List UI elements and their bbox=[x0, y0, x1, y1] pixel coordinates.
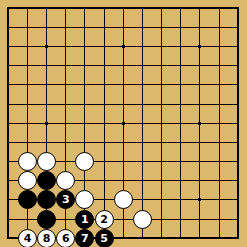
intersection bbox=[209, 37, 228, 56]
stone-black bbox=[18, 190, 37, 209]
intersection bbox=[133, 171, 152, 190]
intersection bbox=[37, 56, 56, 75]
intersection bbox=[171, 133, 190, 152]
intersection bbox=[190, 133, 209, 152]
intersection bbox=[0, 18, 18, 37]
intersection bbox=[75, 171, 94, 190]
intersection bbox=[56, 56, 75, 75]
stone-black-move-7: 7 bbox=[75, 229, 94, 247]
intersection bbox=[95, 56, 114, 75]
intersection bbox=[56, 37, 75, 56]
intersection bbox=[56, 209, 75, 228]
stone-black-move-1: 1 bbox=[75, 210, 94, 229]
intersection bbox=[95, 152, 114, 171]
intersection bbox=[75, 0, 94, 18]
move-number-label: 8 bbox=[43, 233, 51, 244]
intersection: 2 bbox=[95, 209, 114, 228]
stone-white bbox=[37, 152, 56, 171]
intersection bbox=[37, 152, 56, 171]
intersection bbox=[171, 56, 190, 75]
intersection bbox=[209, 56, 228, 75]
intersection bbox=[171, 37, 190, 56]
intersection bbox=[18, 56, 37, 75]
stone-white-move-6: 6 bbox=[56, 229, 75, 247]
intersection bbox=[18, 0, 37, 18]
intersection bbox=[0, 152, 18, 171]
intersection bbox=[114, 133, 133, 152]
intersection bbox=[18, 37, 37, 56]
intersection bbox=[152, 0, 171, 18]
intersection bbox=[56, 75, 75, 94]
move-number-label: 3 bbox=[62, 194, 70, 205]
intersection bbox=[133, 37, 152, 56]
intersection bbox=[152, 229, 171, 247]
stone-white bbox=[18, 171, 37, 190]
intersection bbox=[114, 209, 133, 228]
intersection bbox=[75, 152, 94, 171]
intersection bbox=[229, 95, 247, 114]
stone-white-move-4: 4 bbox=[18, 229, 37, 247]
intersection bbox=[133, 0, 152, 18]
intersection bbox=[133, 152, 152, 171]
intersection bbox=[75, 114, 94, 133]
intersection bbox=[75, 37, 94, 56]
intersection bbox=[37, 37, 56, 56]
intersection bbox=[114, 75, 133, 94]
go-board: 31248675 bbox=[0, 0, 247, 247]
intersection bbox=[37, 190, 56, 209]
intersection bbox=[75, 190, 94, 209]
intersection bbox=[190, 0, 209, 18]
intersection bbox=[37, 209, 56, 228]
intersection bbox=[133, 114, 152, 133]
intersection bbox=[114, 56, 133, 75]
intersection: 1 bbox=[75, 209, 94, 228]
intersection bbox=[95, 37, 114, 56]
intersection bbox=[152, 152, 171, 171]
move-number-label: 1 bbox=[81, 214, 89, 225]
intersection bbox=[229, 75, 247, 94]
intersection bbox=[190, 229, 209, 247]
intersection bbox=[95, 171, 114, 190]
intersection bbox=[229, 0, 247, 18]
stones-layer: 31248675 bbox=[0, 0, 247, 247]
intersection bbox=[171, 171, 190, 190]
stone-white bbox=[18, 152, 37, 171]
intersection bbox=[37, 18, 56, 37]
move-number-label: 4 bbox=[24, 233, 32, 244]
intersection bbox=[133, 133, 152, 152]
intersection bbox=[114, 18, 133, 37]
intersection bbox=[209, 75, 228, 94]
intersection bbox=[0, 114, 18, 133]
intersection bbox=[171, 229, 190, 247]
intersection bbox=[190, 171, 209, 190]
intersection bbox=[0, 95, 18, 114]
intersection bbox=[18, 152, 37, 171]
stone-white bbox=[114, 190, 133, 209]
intersection bbox=[133, 229, 152, 247]
intersection bbox=[229, 114, 247, 133]
stone-black-move-5: 5 bbox=[95, 229, 114, 247]
intersection bbox=[152, 75, 171, 94]
intersection bbox=[190, 190, 209, 209]
intersection bbox=[0, 56, 18, 75]
intersection bbox=[152, 190, 171, 209]
intersection bbox=[229, 190, 247, 209]
intersection bbox=[190, 37, 209, 56]
intersection: 6 bbox=[56, 229, 75, 247]
intersection bbox=[190, 18, 209, 37]
intersection bbox=[95, 133, 114, 152]
move-number-label: 6 bbox=[62, 233, 70, 244]
intersection bbox=[209, 133, 228, 152]
stone-black bbox=[37, 210, 56, 229]
intersection bbox=[152, 114, 171, 133]
intersection bbox=[171, 114, 190, 133]
intersection bbox=[114, 152, 133, 171]
intersection bbox=[37, 171, 56, 190]
move-number-label: 5 bbox=[100, 233, 108, 244]
intersection: 4 bbox=[18, 229, 37, 247]
intersection bbox=[37, 114, 56, 133]
intersection bbox=[18, 114, 37, 133]
intersection bbox=[152, 209, 171, 228]
intersection bbox=[209, 229, 228, 247]
stone-white bbox=[133, 210, 152, 229]
intersection bbox=[209, 209, 228, 228]
intersection bbox=[56, 95, 75, 114]
intersection bbox=[190, 56, 209, 75]
intersection bbox=[209, 18, 228, 37]
intersection bbox=[56, 133, 75, 152]
intersection bbox=[152, 95, 171, 114]
intersection bbox=[114, 114, 133, 133]
intersection bbox=[56, 114, 75, 133]
intersection bbox=[190, 152, 209, 171]
intersection bbox=[133, 75, 152, 94]
intersection bbox=[114, 229, 133, 247]
intersection bbox=[75, 56, 94, 75]
intersection bbox=[209, 95, 228, 114]
intersection bbox=[229, 229, 247, 247]
intersection bbox=[95, 95, 114, 114]
intersection bbox=[190, 75, 209, 94]
intersection bbox=[0, 0, 18, 18]
intersection bbox=[37, 133, 56, 152]
intersection bbox=[133, 18, 152, 37]
intersection bbox=[133, 209, 152, 228]
intersection bbox=[56, 18, 75, 37]
intersection bbox=[95, 190, 114, 209]
move-number-label: 7 bbox=[81, 233, 89, 244]
intersection bbox=[229, 209, 247, 228]
intersection bbox=[0, 209, 18, 228]
intersection bbox=[229, 171, 247, 190]
intersection bbox=[0, 190, 18, 209]
intersection bbox=[18, 75, 37, 94]
intersection bbox=[56, 0, 75, 18]
intersection bbox=[171, 190, 190, 209]
intersection bbox=[18, 18, 37, 37]
intersection bbox=[190, 95, 209, 114]
intersection bbox=[18, 209, 37, 228]
intersection bbox=[171, 95, 190, 114]
intersection bbox=[229, 56, 247, 75]
intersection bbox=[0, 133, 18, 152]
intersection bbox=[0, 229, 18, 247]
intersection bbox=[209, 114, 228, 133]
intersection bbox=[95, 75, 114, 94]
intersection bbox=[209, 171, 228, 190]
intersection bbox=[18, 190, 37, 209]
stone-black bbox=[37, 171, 56, 190]
intersection bbox=[114, 95, 133, 114]
intersection bbox=[171, 152, 190, 171]
intersection bbox=[229, 133, 247, 152]
intersection bbox=[171, 0, 190, 18]
intersection bbox=[18, 171, 37, 190]
intersection bbox=[152, 171, 171, 190]
intersection bbox=[171, 75, 190, 94]
intersection bbox=[0, 37, 18, 56]
intersection bbox=[75, 18, 94, 37]
intersection bbox=[152, 18, 171, 37]
intersection bbox=[75, 133, 94, 152]
intersection bbox=[75, 75, 94, 94]
intersection bbox=[95, 114, 114, 133]
stone-white-move-2: 2 bbox=[95, 210, 114, 229]
intersection bbox=[114, 37, 133, 56]
move-number-label: 2 bbox=[100, 214, 108, 225]
intersection bbox=[229, 152, 247, 171]
intersection bbox=[133, 56, 152, 75]
intersection bbox=[95, 0, 114, 18]
intersection bbox=[37, 0, 56, 18]
intersection bbox=[114, 190, 133, 209]
intersection bbox=[37, 95, 56, 114]
stone-white bbox=[75, 190, 94, 209]
intersection bbox=[95, 18, 114, 37]
intersection bbox=[229, 37, 247, 56]
stone-white bbox=[75, 152, 94, 171]
intersection bbox=[171, 18, 190, 37]
intersection bbox=[18, 133, 37, 152]
intersection bbox=[75, 95, 94, 114]
stone-white-move-8: 8 bbox=[37, 229, 56, 247]
stone-white bbox=[56, 171, 75, 190]
intersection bbox=[152, 133, 171, 152]
intersection bbox=[37, 75, 56, 94]
intersection bbox=[0, 75, 18, 94]
intersection bbox=[133, 95, 152, 114]
intersection bbox=[56, 171, 75, 190]
intersection bbox=[190, 209, 209, 228]
intersection bbox=[152, 56, 171, 75]
intersection: 5 bbox=[95, 229, 114, 247]
intersection bbox=[190, 114, 209, 133]
intersection bbox=[209, 0, 228, 18]
intersection: 3 bbox=[56, 190, 75, 209]
intersection bbox=[114, 0, 133, 18]
intersection bbox=[133, 190, 152, 209]
intersection bbox=[152, 37, 171, 56]
intersection: 7 bbox=[75, 229, 94, 247]
stone-black bbox=[37, 190, 56, 209]
intersection bbox=[209, 190, 228, 209]
intersection bbox=[114, 171, 133, 190]
intersection bbox=[56, 152, 75, 171]
intersection bbox=[229, 18, 247, 37]
intersection bbox=[209, 152, 228, 171]
intersection bbox=[171, 209, 190, 228]
intersection bbox=[0, 171, 18, 190]
stone-black-move-3: 3 bbox=[56, 190, 75, 209]
intersection: 8 bbox=[37, 229, 56, 247]
intersection bbox=[18, 95, 37, 114]
